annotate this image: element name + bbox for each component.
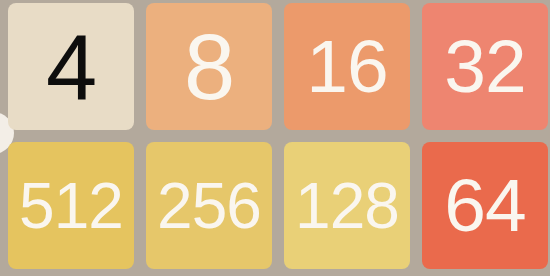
tile-128: 128 [284, 142, 410, 269]
tile-256: 256 [146, 142, 272, 269]
tile-512: 512 [8, 142, 134, 269]
tile-8: 8 [146, 3, 272, 130]
tile-value: 8 [184, 21, 234, 113]
tile-value: 32 [444, 29, 525, 104]
tile-32: 32 [422, 3, 548, 130]
tile-value: 4 [46, 21, 96, 113]
tile-value: 16 [306, 29, 387, 104]
tile-64: 64 [422, 142, 548, 269]
tile-grid: 48163251225612864 [8, 3, 548, 269]
tile-value: 256 [157, 174, 261, 238]
tile-4: 4 [8, 3, 134, 130]
game-board-2048[interactable]: 48163251225612864 [0, 0, 550, 276]
tile-value: 64 [444, 168, 525, 243]
tile-16: 16 [284, 3, 410, 130]
tile-value: 512 [19, 174, 123, 238]
tile-value: 128 [295, 174, 399, 238]
